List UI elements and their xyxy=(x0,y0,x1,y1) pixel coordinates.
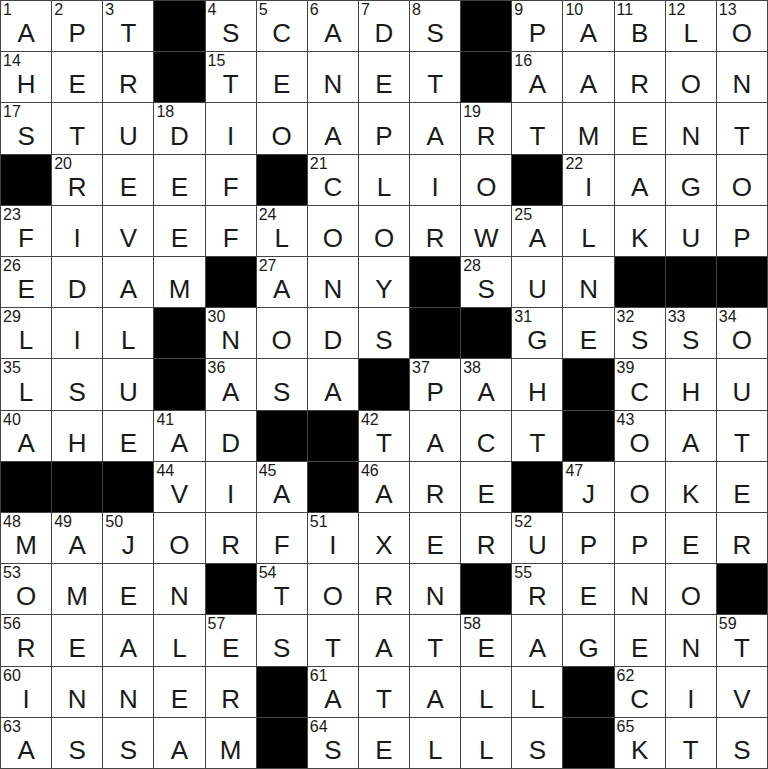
letter-cell[interactable]: 15T xyxy=(206,52,256,102)
letter-cell[interactable]: K xyxy=(615,206,665,256)
letter-cell[interactable]: 45A xyxy=(257,462,307,512)
letter-cell[interactable]: S xyxy=(717,718,767,768)
letter-cell[interactable]: E xyxy=(154,155,204,205)
clue-number: 33 xyxy=(668,308,686,326)
letter-cell[interactable]: L xyxy=(410,718,460,768)
letter-cell[interactable]: N xyxy=(717,52,767,102)
cell-letter: C xyxy=(257,20,307,46)
clue-number: 47 xyxy=(565,462,583,480)
black-square xyxy=(410,257,460,307)
letter-cell[interactable]: 27A xyxy=(257,257,307,307)
cell-letter: F xyxy=(206,225,256,251)
cell-letter: R xyxy=(52,174,102,200)
cell-letter: L xyxy=(512,686,562,712)
letter-cell[interactable]: M xyxy=(52,564,102,614)
cell-letter: L xyxy=(257,225,307,251)
letter-cell[interactable]: S xyxy=(359,308,409,358)
black-square xyxy=(461,308,511,358)
cell-letter: A xyxy=(410,686,460,712)
letter-cell[interactable]: 8S xyxy=(410,1,460,51)
letter-cell[interactable]: O xyxy=(257,308,307,358)
letter-cell[interactable]: N xyxy=(52,667,102,717)
letter-cell[interactable]: 62C xyxy=(615,667,665,717)
cell-letter: T xyxy=(359,686,409,712)
cell-letter: R xyxy=(410,481,460,507)
letter-cell[interactable]: N xyxy=(615,564,665,614)
letter-cell[interactable]: A xyxy=(359,615,409,665)
letter-cell[interactable]: R xyxy=(410,206,460,256)
clue-number: 24 xyxy=(259,206,277,224)
cell-letter: U xyxy=(103,123,153,149)
clue-number: 50 xyxy=(105,513,123,531)
cell-letter: R xyxy=(206,532,256,558)
black-square xyxy=(563,667,613,717)
letter-cell[interactable]: 1A xyxy=(1,1,51,51)
letter-cell[interactable]: I xyxy=(410,155,460,205)
cell-letter: A xyxy=(359,481,409,507)
letter-cell[interactable]: D xyxy=(206,411,256,461)
letter-cell[interactable]: 20R xyxy=(52,155,102,205)
letter-cell[interactable]: E xyxy=(103,155,153,205)
letter-cell[interactable]: O xyxy=(717,155,767,205)
letter-cell[interactable]: O xyxy=(666,52,716,102)
letter-cell[interactable]: O xyxy=(308,564,358,614)
letter-cell[interactable]: 2P xyxy=(52,1,102,51)
letter-cell[interactable]: 49A xyxy=(52,513,102,563)
letter-cell[interactable]: E xyxy=(52,615,102,665)
letter-cell[interactable]: L xyxy=(512,667,562,717)
letter-cell[interactable]: 10A xyxy=(563,1,613,51)
letter-cell[interactable]: 9P xyxy=(512,1,562,51)
letter-cell[interactable]: P xyxy=(359,103,409,153)
letter-cell[interactable]: P xyxy=(615,513,665,563)
letter-cell[interactable]: 60I xyxy=(1,667,51,717)
black-square xyxy=(1,462,51,512)
letter-cell[interactable]: P xyxy=(717,206,767,256)
clue-number: 63 xyxy=(3,718,21,736)
letter-cell[interactable]: 18D xyxy=(154,103,204,153)
clue-number: 31 xyxy=(514,308,532,326)
letter-cell[interactable]: H xyxy=(666,359,716,409)
black-square xyxy=(512,462,562,512)
letter-cell[interactable]: R xyxy=(410,462,460,512)
letter-cell[interactable]: M xyxy=(206,718,256,768)
letter-cell[interactable]: 44V xyxy=(154,462,204,512)
cell-letter: W xyxy=(461,225,511,251)
letter-cell[interactable]: M xyxy=(154,257,204,307)
clue-number: 62 xyxy=(617,667,635,685)
cell-letter: L xyxy=(359,174,409,200)
letter-cell[interactable]: T xyxy=(666,718,716,768)
letter-cell[interactable]: E xyxy=(257,52,307,102)
letter-cell[interactable]: R xyxy=(206,513,256,563)
letter-cell[interactable]: 4S xyxy=(206,1,256,51)
letter-cell[interactable]: 23F xyxy=(1,206,51,256)
clue-number: 12 xyxy=(668,1,686,19)
cell-letter: T xyxy=(308,635,358,661)
cell-letter: K xyxy=(615,225,665,251)
letter-cell[interactable]: H xyxy=(512,359,562,409)
cell-letter: E xyxy=(103,583,153,609)
letter-cell[interactable]: L xyxy=(103,308,153,358)
cell-letter: S xyxy=(410,20,460,46)
cell-letter: I xyxy=(563,174,613,200)
letter-cell[interactable]: F xyxy=(206,206,256,256)
letter-cell[interactable]: L xyxy=(461,718,511,768)
letter-cell[interactable]: A xyxy=(410,411,460,461)
letter-cell[interactable]: E xyxy=(615,615,665,665)
cell-letter: E xyxy=(154,686,204,712)
cell-letter: S xyxy=(461,276,511,302)
letter-cell[interactable]: 39C xyxy=(615,359,665,409)
cell-letter: I xyxy=(52,225,102,251)
cell-letter: A xyxy=(52,532,102,558)
clue-number: 20 xyxy=(54,155,72,173)
letter-cell[interactable]: 43O xyxy=(615,411,665,461)
letter-cell[interactable]: O xyxy=(359,206,409,256)
letter-cell[interactable]: T xyxy=(512,411,562,461)
letter-cell[interactable]: S xyxy=(103,718,153,768)
cell-letter: K xyxy=(615,737,665,763)
letter-cell[interactable]: T xyxy=(52,103,102,153)
letter-cell[interactable]: 22I xyxy=(563,155,613,205)
letter-cell[interactable]: E xyxy=(359,52,409,102)
letter-cell[interactable]: I xyxy=(206,462,256,512)
letter-cell[interactable]: A xyxy=(563,52,613,102)
letter-cell[interactable]: 19R xyxy=(461,103,511,153)
letter-cell[interactable]: E xyxy=(154,667,204,717)
letter-cell[interactable]: R xyxy=(206,667,256,717)
letter-cell[interactable]: H xyxy=(52,411,102,461)
cell-letter: E xyxy=(52,635,102,661)
cell-letter: R xyxy=(461,123,511,149)
cell-letter: E xyxy=(666,532,716,558)
letter-cell[interactable]: 14H xyxy=(1,52,51,102)
cell-letter: O xyxy=(1,583,51,609)
cell-letter: S xyxy=(206,20,256,46)
cell-letter: E xyxy=(206,635,256,661)
letter-cell[interactable]: 63A xyxy=(1,718,51,768)
letter-cell[interactable]: T xyxy=(308,615,358,665)
cell-letter: P xyxy=(410,379,460,405)
letter-cell[interactable]: E xyxy=(52,52,102,102)
letter-cell[interactable]: X xyxy=(359,513,409,563)
cell-letter: G xyxy=(512,327,562,353)
clue-number: 17 xyxy=(3,103,21,121)
clue-number: 3 xyxy=(105,1,114,19)
clue-number: 58 xyxy=(463,615,481,633)
cell-letter: V xyxy=(103,225,153,251)
black-square xyxy=(257,155,307,205)
letter-cell[interactable]: 59T xyxy=(717,615,767,665)
letter-cell[interactable]: O xyxy=(461,155,511,205)
cell-letter: A xyxy=(206,379,256,405)
letter-cell[interactable]: O xyxy=(308,206,358,256)
letter-cell[interactable]: A xyxy=(103,257,153,307)
clue-number: 60 xyxy=(3,667,21,685)
letter-cell[interactable]: S xyxy=(512,718,562,768)
letter-cell[interactable]: N xyxy=(103,667,153,717)
letter-cell[interactable]: N xyxy=(308,257,358,307)
letter-cell[interactable]: 12L xyxy=(666,1,716,51)
clue-number: 2 xyxy=(54,1,63,19)
cell-letter: C xyxy=(615,379,665,405)
letter-cell[interactable]: U xyxy=(717,359,767,409)
letter-cell[interactable]: I xyxy=(52,308,102,358)
letter-cell[interactable]: 58E xyxy=(461,615,511,665)
cell-letter: F xyxy=(1,225,51,251)
letter-cell[interactable]: R xyxy=(103,52,153,102)
letter-cell[interactable]: 3T xyxy=(103,1,153,51)
letter-cell[interactable]: S xyxy=(257,359,307,409)
cell-letter: R xyxy=(615,71,665,97)
letter-cell[interactable]: F xyxy=(257,513,307,563)
cell-letter: N xyxy=(52,686,102,712)
letter-cell[interactable]: N xyxy=(154,564,204,614)
letter-cell[interactable]: E xyxy=(666,513,716,563)
letter-cell[interactable]: D xyxy=(308,308,358,358)
letter-cell[interactable]: 37P xyxy=(410,359,460,409)
clue-number: 29 xyxy=(3,308,21,326)
letter-cell[interactable]: I xyxy=(52,206,102,256)
letter-cell[interactable]: 17S xyxy=(1,103,51,153)
letter-cell[interactable]: E xyxy=(615,103,665,153)
letter-cell[interactable]: L xyxy=(563,206,613,256)
letter-cell[interactable]: U xyxy=(103,359,153,409)
letter-cell[interactable]: S xyxy=(52,359,102,409)
clue-number: 37 xyxy=(412,359,430,377)
cell-letter: N xyxy=(717,71,767,97)
cell-letter: Y xyxy=(359,276,409,302)
letter-cell[interactable]: E xyxy=(461,462,511,512)
letter-cell[interactable]: 25A xyxy=(512,206,562,256)
letter-cell[interactable]: T xyxy=(512,103,562,153)
cell-letter: A xyxy=(563,20,613,46)
letter-cell[interactable]: U xyxy=(666,206,716,256)
letter-cell[interactable]: T xyxy=(717,411,767,461)
letter-cell[interactable]: 13O xyxy=(717,1,767,51)
cell-letter: E xyxy=(52,71,102,97)
cell-letter: I xyxy=(410,174,460,200)
letter-cell[interactable]: A xyxy=(512,615,562,665)
letter-cell[interactable]: A xyxy=(410,667,460,717)
letter-cell[interactable]: V xyxy=(103,206,153,256)
letter-cell[interactable]: 50J xyxy=(103,513,153,563)
letter-cell[interactable]: A xyxy=(666,411,716,461)
letter-cell[interactable]: R xyxy=(717,513,767,563)
letter-cell[interactable]: O xyxy=(257,103,307,153)
letter-cell[interactable]: 29L xyxy=(1,308,51,358)
letter-cell[interactable]: D xyxy=(52,257,102,307)
letter-cell[interactable]: 34O xyxy=(717,308,767,358)
letter-cell[interactable]: E xyxy=(563,564,613,614)
letter-cell[interactable]: 57E xyxy=(206,615,256,665)
clue-number: 54 xyxy=(259,564,277,582)
letter-cell[interactable]: N xyxy=(666,615,716,665)
letter-cell[interactable]: E xyxy=(359,718,409,768)
letter-cell[interactable]: N xyxy=(563,257,613,307)
letter-cell[interactable]: 6A xyxy=(308,1,358,51)
cell-letter: R xyxy=(1,635,51,661)
letter-cell[interactable]: 21C xyxy=(308,155,358,205)
letter-cell[interactable]: O xyxy=(615,462,665,512)
letter-cell[interactable]: M xyxy=(563,103,613,153)
cell-letter: O xyxy=(615,481,665,507)
letter-cell[interactable]: E xyxy=(717,462,767,512)
letter-cell[interactable]: A xyxy=(103,615,153,665)
letter-cell[interactable]: 46A xyxy=(359,462,409,512)
letter-cell[interactable]: 40A xyxy=(1,411,51,461)
letter-cell[interactable]: N xyxy=(410,564,460,614)
letter-cell[interactable]: U xyxy=(512,257,562,307)
cell-letter: J xyxy=(563,481,613,507)
letter-cell[interactable]: 42T xyxy=(359,411,409,461)
letter-cell[interactable]: N xyxy=(308,52,358,102)
cell-letter: A xyxy=(666,430,716,456)
letter-cell[interactable]: 5C xyxy=(257,1,307,51)
black-square xyxy=(461,52,511,102)
letter-cell[interactable]: A xyxy=(154,718,204,768)
letter-cell[interactable]: 26E xyxy=(1,257,51,307)
cell-letter: L xyxy=(410,737,460,763)
letter-cell[interactable]: 52U xyxy=(512,513,562,563)
cell-letter: O xyxy=(717,327,767,353)
clue-number: 48 xyxy=(3,513,21,531)
letter-cell[interactable]: S xyxy=(257,615,307,665)
letter-cell[interactable]: 30N xyxy=(206,308,256,358)
letter-cell[interactable]: 51I xyxy=(308,513,358,563)
clue-number: 25 xyxy=(514,206,532,224)
letter-cell[interactable]: L xyxy=(359,155,409,205)
clue-number: 32 xyxy=(617,308,635,326)
letter-cell[interactable]: E xyxy=(154,206,204,256)
clue-number: 4 xyxy=(208,1,217,19)
letter-cell[interactable]: 55R xyxy=(512,564,562,614)
letter-cell[interactable]: 56R xyxy=(1,615,51,665)
letter-cell[interactable]: V xyxy=(717,667,767,717)
cell-letter: M xyxy=(206,737,256,763)
clue-number: 59 xyxy=(719,615,737,633)
cell-letter: O xyxy=(666,71,716,97)
letter-cell[interactable]: 16A xyxy=(512,52,562,102)
clue-number: 45 xyxy=(259,462,277,480)
letter-cell[interactable]: 35L xyxy=(1,359,51,409)
letter-cell[interactable]: E xyxy=(103,411,153,461)
cell-letter: T xyxy=(717,123,767,149)
cell-letter: A xyxy=(154,737,204,763)
letter-cell[interactable]: C xyxy=(461,411,511,461)
letter-cell[interactable]: 24L xyxy=(257,206,307,256)
cell-letter: N xyxy=(563,276,613,302)
letter-cell[interactable]: A xyxy=(410,103,460,153)
cell-letter: X xyxy=(359,532,409,558)
letter-cell[interactable]: 11B xyxy=(615,1,665,51)
cell-letter: A xyxy=(308,20,358,46)
letter-cell[interactable]: 53O xyxy=(1,564,51,614)
cell-letter: F xyxy=(257,532,307,558)
cell-letter: M xyxy=(1,532,51,558)
letter-cell[interactable]: 38A xyxy=(461,359,511,409)
letter-cell[interactable]: T xyxy=(410,615,460,665)
letter-cell[interactable]: 65K xyxy=(615,718,665,768)
cell-letter: A xyxy=(410,430,460,456)
letter-cell[interactable]: G xyxy=(563,615,613,665)
cell-letter: A xyxy=(410,123,460,149)
letter-cell[interactable]: F xyxy=(206,155,256,205)
letter-cell[interactable]: E xyxy=(103,564,153,614)
letter-cell[interactable]: 36A xyxy=(206,359,256,409)
letter-cell[interactable]: T xyxy=(410,52,460,102)
letter-cell[interactable]: 33S xyxy=(666,308,716,358)
letter-cell[interactable]: R xyxy=(615,52,665,102)
cell-letter: L xyxy=(1,327,51,353)
cell-letter: K xyxy=(666,481,716,507)
letter-cell[interactable]: 28S xyxy=(461,257,511,307)
cell-letter: E xyxy=(461,481,511,507)
letter-cell[interactable]: K xyxy=(666,462,716,512)
letter-cell[interactable]: 41A xyxy=(154,411,204,461)
letter-cell[interactable]: 61A xyxy=(308,667,358,717)
clue-number: 53 xyxy=(3,564,21,582)
cell-letter: T xyxy=(359,430,409,456)
letter-cell[interactable]: Y xyxy=(359,257,409,307)
letter-cell[interactable]: O xyxy=(666,564,716,614)
letter-cell[interactable]: L xyxy=(154,615,204,665)
letter-cell[interactable]: T xyxy=(717,103,767,153)
letter-cell[interactable]: N xyxy=(666,103,716,153)
letter-cell[interactable]: 47J xyxy=(563,462,613,512)
letter-cell[interactable]: W xyxy=(461,206,511,256)
letter-cell[interactable]: I xyxy=(666,667,716,717)
letter-cell[interactable]: E xyxy=(410,513,460,563)
letter-cell[interactable]: S xyxy=(52,718,102,768)
cell-letter: L xyxy=(1,379,51,405)
letter-cell[interactable]: A xyxy=(308,103,358,153)
cell-letter: E xyxy=(359,71,409,97)
letter-cell[interactable]: T xyxy=(359,667,409,717)
cell-letter: N xyxy=(308,276,358,302)
cell-letter: I xyxy=(206,123,256,149)
clue-number: 26 xyxy=(3,257,21,275)
letter-cell[interactable]: 32S xyxy=(615,308,665,358)
letter-cell[interactable]: E xyxy=(563,308,613,358)
letter-cell[interactable]: 31G xyxy=(512,308,562,358)
letter-cell[interactable]: R xyxy=(461,513,511,563)
letter-cell[interactable]: P xyxy=(563,513,613,563)
letter-cell[interactable]: 64S xyxy=(308,718,358,768)
letter-cell[interactable]: 48M xyxy=(1,513,51,563)
cell-letter: U xyxy=(512,276,562,302)
letter-cell[interactable]: O xyxy=(154,513,204,563)
cell-letter: A xyxy=(308,686,358,712)
cell-letter: U xyxy=(717,379,767,405)
letter-cell[interactable]: 54T xyxy=(257,564,307,614)
cell-letter: L xyxy=(666,20,716,46)
black-square xyxy=(1,155,51,205)
letter-cell[interactable]: L xyxy=(461,667,511,717)
cell-letter: L xyxy=(103,327,153,353)
letter-cell[interactable]: U xyxy=(103,103,153,153)
letter-cell[interactable]: R xyxy=(359,564,409,614)
cell-letter: E xyxy=(154,225,204,251)
letter-cell[interactable]: A xyxy=(308,359,358,409)
cell-letter: A xyxy=(1,20,51,46)
letter-cell[interactable]: 7D xyxy=(359,1,409,51)
letter-cell[interactable]: I xyxy=(206,103,256,153)
letter-cell[interactable]: A xyxy=(615,155,665,205)
clue-number: 10 xyxy=(565,1,583,19)
letter-cell[interactable]: G xyxy=(666,155,716,205)
